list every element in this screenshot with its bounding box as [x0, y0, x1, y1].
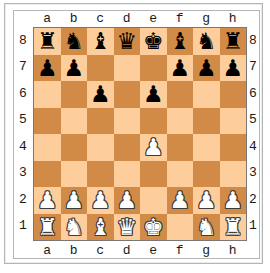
white-knight-g1: ♞	[193, 214, 220, 241]
square-d8[interactable]: ♛	[114, 28, 141, 55]
square-b7[interactable]: ♟	[61, 55, 88, 82]
square-a1[interactable]: ♜	[34, 214, 61, 241]
square-h7[interactable]: ♟	[220, 55, 247, 82]
square-d2[interactable]: ♟	[114, 187, 141, 214]
white-pawn-g2: ♟	[193, 187, 220, 214]
square-f1[interactable]	[167, 214, 194, 241]
black-pawn-a7: ♟	[34, 55, 61, 82]
square-h6[interactable]	[220, 81, 247, 108]
square-f2[interactable]: ♟	[167, 187, 194, 214]
file-label-c: c	[87, 10, 114, 26]
square-a6[interactable]	[34, 81, 61, 108]
file-label-d: d	[114, 10, 141, 26]
square-h5[interactable]	[220, 108, 247, 135]
rank-label-6: 6	[247, 80, 259, 107]
square-a7[interactable]: ♟	[34, 55, 61, 82]
square-b8[interactable]: ♞	[61, 28, 88, 55]
black-queen-d8: ♛	[114, 28, 141, 55]
white-rook-h1: ♜	[220, 214, 247, 241]
rank-label-4: 4	[247, 133, 259, 160]
square-c7[interactable]	[87, 55, 114, 82]
square-f8[interactable]: ♝	[167, 28, 194, 55]
square-g7[interactable]: ♟	[193, 55, 220, 82]
square-d4[interactable]	[114, 134, 141, 161]
file-label-f: f	[167, 242, 194, 258]
square-g3[interactable]	[193, 161, 220, 188]
black-bishop-f8: ♝	[167, 28, 194, 55]
square-h4[interactable]	[220, 134, 247, 161]
black-pawn-h7: ♟	[220, 55, 247, 82]
square-e3[interactable]	[140, 161, 167, 188]
square-a4[interactable]	[34, 134, 61, 161]
white-pawn-h2: ♟	[220, 187, 247, 214]
square-a8[interactable]: ♜	[34, 28, 61, 55]
square-a2[interactable]: ♟	[34, 187, 61, 214]
square-h3[interactable]	[220, 161, 247, 188]
rank-label-1: 1	[247, 213, 259, 240]
square-b2[interactable]: ♟	[61, 187, 88, 214]
square-h1[interactable]: ♜	[220, 214, 247, 241]
square-f5[interactable]	[167, 108, 194, 135]
file-label-g: g	[193, 10, 220, 26]
square-e2[interactable]	[140, 187, 167, 214]
square-b4[interactable]	[61, 134, 88, 161]
square-c6[interactable]: ♟	[87, 81, 114, 108]
square-e6[interactable]: ♟	[140, 81, 167, 108]
white-rook-a1: ♜	[34, 214, 61, 241]
black-rook-a8: ♜	[34, 28, 61, 55]
square-c1[interactable]: ♝	[87, 214, 114, 241]
square-c5[interactable]	[87, 108, 114, 135]
rank-label-4: 4	[13, 133, 33, 160]
white-pawn-a2: ♟	[34, 187, 61, 214]
rank-label-7: 7	[247, 54, 259, 81]
rank-label-1: 1	[13, 213, 33, 240]
rank-label-5: 5	[13, 107, 33, 134]
white-pawn-e4: ♟	[140, 134, 167, 161]
square-a3[interactable]	[34, 161, 61, 188]
black-pawn-b7: ♟	[61, 55, 88, 82]
square-d5[interactable]	[114, 108, 141, 135]
square-e7[interactable]	[140, 55, 167, 82]
square-g8[interactable]: ♞	[193, 28, 220, 55]
square-b6[interactable]	[61, 81, 88, 108]
black-pawn-c6: ♟	[87, 81, 114, 108]
rank-label-3: 3	[13, 160, 33, 187]
square-e8[interactable]: ♚	[140, 28, 167, 55]
square-a5[interactable]	[34, 108, 61, 135]
square-b3[interactable]	[61, 161, 88, 188]
square-d3[interactable]	[114, 161, 141, 188]
square-f4[interactable]	[167, 134, 194, 161]
file-label-b: b	[61, 242, 88, 258]
rank-labels-left: 87654321	[13, 27, 33, 239]
square-e4[interactable]: ♟	[140, 134, 167, 161]
black-rook-h8: ♜	[220, 28, 247, 55]
square-d6[interactable]	[114, 81, 141, 108]
rank-label-3: 3	[247, 160, 259, 187]
black-knight-g8: ♞	[193, 28, 220, 55]
white-queen-d1: ♛	[114, 214, 141, 241]
file-label-a: a	[34, 10, 61, 26]
square-c2[interactable]: ♟	[87, 187, 114, 214]
rank-label-8: 8	[13, 27, 33, 54]
square-b1[interactable]: ♞	[61, 214, 88, 241]
file-labels-top: abcdefgh	[34, 10, 246, 26]
black-pawn-f7: ♟	[167, 55, 194, 82]
square-g4[interactable]	[193, 134, 220, 161]
square-g5[interactable]	[193, 108, 220, 135]
white-pawn-f2: ♟	[167, 187, 194, 214]
white-bishop-c1: ♝	[87, 214, 114, 241]
rank-label-2: 2	[247, 186, 259, 213]
rank-label-2: 2	[13, 186, 33, 213]
square-g1[interactable]: ♞	[193, 214, 220, 241]
rank-labels-right: 87654321	[247, 27, 259, 239]
square-e5[interactable]	[140, 108, 167, 135]
square-d7[interactable]	[114, 55, 141, 82]
white-knight-b1: ♞	[61, 214, 88, 241]
file-label-g: g	[193, 242, 220, 258]
file-label-d: d	[114, 242, 141, 258]
rank-label-6: 6	[13, 80, 33, 107]
chess-board: ♜♞♝♛♚♝♞♜♟♟♟♟♟♟♟♟♟♟♟♟♟♟♟♜♞♝♛♚♞♜	[33, 27, 247, 241]
square-e1[interactable]: ♚	[140, 214, 167, 241]
file-label-e: e	[140, 242, 167, 258]
rank-label-5: 5	[247, 107, 259, 134]
square-b5[interactable]	[61, 108, 88, 135]
black-pawn-e6: ♟	[140, 81, 167, 108]
file-label-b: b	[61, 10, 88, 26]
white-pawn-c2: ♟	[87, 187, 114, 214]
file-label-a: a	[34, 242, 61, 258]
rank-label-8: 8	[247, 27, 259, 54]
file-label-c: c	[87, 242, 114, 258]
square-h8[interactable]: ♜	[220, 28, 247, 55]
square-f3[interactable]	[167, 161, 194, 188]
square-c3[interactable]	[87, 161, 114, 188]
square-g2[interactable]: ♟	[193, 187, 220, 214]
file-label-f: f	[167, 10, 194, 26]
rank-label-7: 7	[13, 54, 33, 81]
black-bishop-c8: ♝	[87, 28, 114, 55]
square-d1[interactable]: ♛	[114, 214, 141, 241]
white-pawn-d2: ♟	[114, 187, 141, 214]
square-c8[interactable]: ♝	[87, 28, 114, 55]
square-f7[interactable]: ♟	[167, 55, 194, 82]
white-king-e1: ♚	[140, 214, 167, 241]
file-label-e: e	[140, 10, 167, 26]
file-label-h: h	[220, 10, 247, 26]
square-h2[interactable]: ♟	[220, 187, 247, 214]
square-c4[interactable]	[87, 134, 114, 161]
square-g6[interactable]	[193, 81, 220, 108]
square-f6[interactable]	[167, 81, 194, 108]
black-king-e8: ♚	[140, 28, 167, 55]
black-pawn-g7: ♟	[193, 55, 220, 82]
file-labels-bottom: abcdefgh	[34, 242, 246, 258]
file-label-h: h	[220, 242, 247, 258]
black-knight-b8: ♞	[61, 28, 88, 55]
white-pawn-b2: ♟	[61, 187, 88, 214]
